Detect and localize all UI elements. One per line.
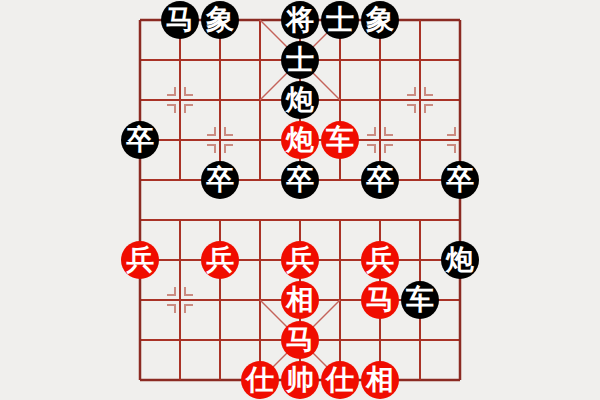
piece-red-advisor[interactable]: 仕 [321, 361, 359, 399]
piece-black-soldier[interactable]: 卒 [121, 121, 159, 159]
pieces-layer: 马象将士象士炮卒炮车卒卒卒卒兵兵兵兵炮相马车马仕帅仕相 [0, 0, 600, 400]
piece-red-cannon[interactable]: 炮 [281, 121, 319, 159]
piece-red-soldier[interactable]: 兵 [361, 241, 399, 279]
xiangqi-board[interactable]: 马象将士象士炮卒炮车卒卒卒卒兵兵兵兵炮相马车马仕帅仕相 [0, 0, 600, 400]
piece-red-soldier[interactable]: 兵 [121, 241, 159, 279]
piece-red-horse[interactable]: 马 [361, 281, 399, 319]
piece-black-elephant[interactable]: 象 [361, 1, 399, 39]
piece-red-horse[interactable]: 马 [281, 321, 319, 359]
piece-black-cannon[interactable]: 炮 [441, 241, 479, 279]
piece-black-advisor[interactable]: 士 [321, 1, 359, 39]
piece-red-advisor[interactable]: 仕 [241, 361, 279, 399]
piece-red-elephant[interactable]: 相 [281, 281, 319, 319]
piece-black-soldier[interactable]: 卒 [361, 161, 399, 199]
piece-red-chariot[interactable]: 车 [321, 121, 359, 159]
piece-red-general[interactable]: 帅 [281, 361, 319, 399]
piece-black-cannon[interactable]: 炮 [281, 81, 319, 119]
piece-black-general[interactable]: 将 [281, 1, 319, 39]
piece-red-soldier[interactable]: 兵 [201, 241, 239, 279]
piece-red-elephant[interactable]: 相 [361, 361, 399, 399]
piece-black-advisor[interactable]: 士 [281, 41, 319, 79]
piece-black-chariot[interactable]: 车 [401, 281, 439, 319]
piece-black-elephant[interactable]: 象 [201, 1, 239, 39]
piece-black-soldier[interactable]: 卒 [281, 161, 319, 199]
piece-black-horse[interactable]: 马 [161, 1, 199, 39]
piece-black-soldier[interactable]: 卒 [201, 161, 239, 199]
piece-black-soldier[interactable]: 卒 [441, 161, 479, 199]
piece-red-soldier[interactable]: 兵 [281, 241, 319, 279]
